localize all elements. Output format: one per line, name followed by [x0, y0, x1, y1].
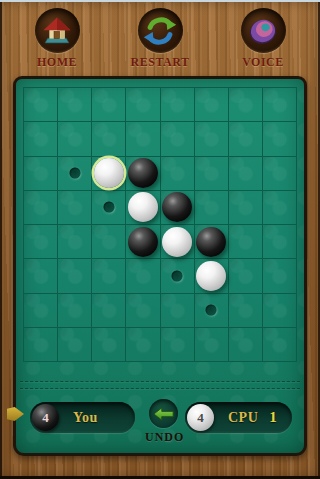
white-stone: [162, 227, 192, 257]
black-stone: [128, 227, 158, 257]
cell-c3[interactable]: [92, 157, 126, 191]
cell-f2[interactable]: [195, 122, 229, 156]
cell-a3[interactable]: [24, 157, 58, 191]
cell-g5[interactable]: [229, 225, 263, 259]
undo-label: UNDO: [145, 430, 181, 445]
home-icon: [35, 8, 80, 53]
cell-e6[interactable]: [161, 259, 195, 293]
cell-c5[interactable]: [92, 225, 126, 259]
cell-b5[interactable]: [58, 225, 92, 259]
cell-a8[interactable]: [24, 328, 58, 362]
cell-e1[interactable]: [161, 88, 195, 122]
toolbar: HOME RESTART: [0, 4, 320, 74]
cell-e3[interactable]: [161, 157, 195, 191]
undo-arrow-icon: [149, 399, 178, 428]
cell-f6[interactable]: [195, 259, 229, 293]
cell-h8[interactable]: [263, 328, 297, 362]
cell-c6[interactable]: [92, 259, 126, 293]
cell-a1[interactable]: [24, 88, 58, 122]
cell-b1[interactable]: [58, 88, 92, 122]
cell-g4[interactable]: [229, 191, 263, 225]
cell-f4[interactable]: [195, 191, 229, 225]
voice-button[interactable]: VOICE: [220, 4, 306, 74]
restart-label: RESTART: [131, 55, 190, 70]
cell-f1[interactable]: [195, 88, 229, 122]
cell-d8[interactable]: [126, 328, 160, 362]
cell-f7[interactable]: [195, 294, 229, 328]
cell-a4[interactable]: [24, 191, 58, 225]
white-stone: [128, 192, 158, 222]
white-stone-score: 4: [187, 404, 214, 431]
player-score-cpu: 4 CPU 1: [185, 402, 292, 433]
undo-button[interactable]: UNDO: [145, 399, 181, 445]
screen-top-edge: [0, 0, 320, 2]
black-stone-score: 4: [32, 404, 59, 431]
white-stone: [196, 261, 226, 291]
cell-g3[interactable]: [229, 157, 263, 191]
game-panel: 4 You UNDO 4 CPU 1: [13, 76, 307, 456]
cell-g1[interactable]: [229, 88, 263, 122]
player-score-you: 4 You: [30, 402, 135, 433]
voice-label: VOICE: [242, 55, 284, 70]
legal-move-hint[interactable]: [69, 168, 80, 179]
black-stone: [196, 227, 226, 257]
cell-g6[interactable]: [229, 259, 263, 293]
cell-b6[interactable]: [58, 259, 92, 293]
home-label: HOME: [37, 55, 77, 70]
cell-d5[interactable]: [126, 225, 160, 259]
board: [23, 87, 297, 362]
cell-d3[interactable]: [126, 157, 160, 191]
cell-h5[interactable]: [263, 225, 297, 259]
you-label: You: [73, 410, 98, 426]
cell-e2[interactable]: [161, 122, 195, 156]
cpu-label: CPU: [228, 410, 258, 426]
black-stone: [128, 158, 158, 188]
cell-b8[interactable]: [58, 328, 92, 362]
cell-h4[interactable]: [263, 191, 297, 225]
cell-h6[interactable]: [263, 259, 297, 293]
restart-button[interactable]: RESTART: [117, 4, 203, 74]
cell-d1[interactable]: [126, 88, 160, 122]
cell-b4[interactable]: [58, 191, 92, 225]
cell-e8[interactable]: [161, 328, 195, 362]
cell-b3[interactable]: [58, 157, 92, 191]
cell-a6[interactable]: [24, 259, 58, 293]
cell-h7[interactable]: [263, 294, 297, 328]
cell-a5[interactable]: [24, 225, 58, 259]
frame-left-edge: [0, 0, 2, 479]
black-stone: [162, 192, 192, 222]
cell-g7[interactable]: [229, 294, 263, 328]
cell-a2[interactable]: [24, 122, 58, 156]
cell-h1[interactable]: [263, 88, 297, 122]
separator-dashed-line: [20, 381, 300, 382]
cell-h2[interactable]: [263, 122, 297, 156]
voice-icon: [241, 8, 286, 53]
cell-c1[interactable]: [92, 88, 126, 122]
othello-app: HOME RESTART: [0, 0, 320, 479]
legal-move-hint[interactable]: [172, 270, 183, 281]
legal-move-hint[interactable]: [206, 305, 217, 316]
cell-e7[interactable]: [161, 294, 195, 328]
cell-h3[interactable]: [263, 157, 297, 191]
cell-a7[interactable]: [24, 294, 58, 328]
cell-f3[interactable]: [195, 157, 229, 191]
cell-g8[interactable]: [229, 328, 263, 362]
cell-d6[interactable]: [126, 259, 160, 293]
cell-d4[interactable]: [126, 191, 160, 225]
legal-move-hint[interactable]: [103, 202, 114, 213]
white-stone: [94, 158, 124, 188]
cell-c2[interactable]: [92, 122, 126, 156]
home-button[interactable]: HOME: [14, 4, 100, 74]
cell-d2[interactable]: [126, 122, 160, 156]
cpu-score: 4: [197, 410, 204, 426]
separator-dashed-line: [20, 388, 300, 389]
cpu-level: 1: [269, 409, 277, 426]
cell-g2[interactable]: [229, 122, 263, 156]
cell-f8[interactable]: [195, 328, 229, 362]
cell-e5[interactable]: [161, 225, 195, 259]
cell-c8[interactable]: [92, 328, 126, 362]
you-score: 4: [42, 410, 49, 426]
cell-d7[interactable]: [126, 294, 160, 328]
restart-icon: [138, 8, 183, 53]
cell-c7[interactable]: [92, 294, 126, 328]
cell-c4[interactable]: [92, 191, 126, 225]
cell-e4[interactable]: [161, 191, 195, 225]
cell-b2[interactable]: [58, 122, 92, 156]
cell-b7[interactable]: [58, 294, 92, 328]
cell-f5[interactable]: [195, 225, 229, 259]
